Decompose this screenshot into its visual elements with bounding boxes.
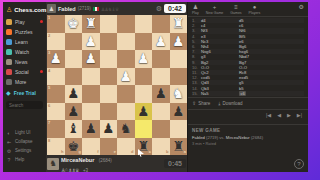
- sidebar-nav: PlayPuzzlesLearnWatchNewsSocialMore: [3, 17, 46, 87]
- square-d5[interactable]: [117, 85, 135, 103]
- black-rook-a8[interactable]: ♜: [170, 138, 188, 156]
- notification-badge: [40, 70, 43, 73]
- top-player-flag-icon: [93, 7, 99, 11]
- square-b8[interactable]: b: [152, 138, 170, 156]
- file-label: b: [166, 150, 168, 154]
- collapse-icon: ⇤: [6, 139, 12, 145]
- rank-label: 6: [48, 104, 50, 108]
- share-icon: ⇪: [192, 100, 196, 106]
- white-king-g1[interactable]: ♚: [65, 15, 83, 33]
- square-f3[interactable]: ♟: [82, 50, 100, 68]
- rank-label: 8: [48, 139, 50, 143]
- pawn-logo-icon: ♙: [6, 6, 12, 13]
- square-e7[interactable]: ♟: [100, 120, 118, 138]
- square-f4[interactable]: [82, 68, 100, 86]
- nav-first-button[interactable]: |◀: [266, 112, 271, 118]
- tab-play[interactable]: ♟Play: [192, 4, 199, 15]
- panel-settings-gear-icon[interactable]: ⚙: [299, 4, 304, 10]
- square-g3[interactable]: [65, 50, 83, 68]
- white-pawn-b2[interactable]: ♟: [152, 33, 170, 51]
- sidebar-footer-collapse[interactable]: ⇤Collapse: [3, 137, 46, 146]
- square-b5[interactable]: ♟: [152, 85, 170, 103]
- social-icon: [6, 69, 12, 75]
- rank-label: 4: [48, 69, 50, 73]
- top-player-clock: 0:42: [164, 4, 186, 13]
- more-icon: [6, 79, 12, 85]
- share-button[interactable]: ⇪Share: [192, 100, 210, 106]
- nav-back-button[interactable]: ◀: [277, 112, 281, 118]
- search-input[interactable]: Search: [6, 101, 43, 109]
- square-e4[interactable]: [100, 68, 118, 86]
- top-player-bar: ♟ Fabled (2719) ♟♟♞♝♛ ⚙ 0:42: [46, 2, 187, 15]
- square-f6[interactable]: [82, 103, 100, 121]
- white-rook-a1[interactable]: ♜: [170, 15, 188, 33]
- square-h5[interactable]: 5: [47, 85, 65, 103]
- top-player-name[interactable]: Fabled: [58, 6, 76, 12]
- square-c7[interactable]: [135, 120, 153, 138]
- sidebar-footer-help[interactable]: ?Help: [3, 155, 46, 164]
- square-h6[interactable]: 6: [47, 103, 65, 121]
- panel-tabs: ♟Play+New Game≡Games●Players⚙: [188, 2, 308, 17]
- square-g1[interactable]: ♚: [65, 15, 83, 33]
- bottom-captured-pieces: ♙♘♗♗♕: [61, 167, 78, 173]
- square-c5[interactable]: [135, 85, 153, 103]
- square-f5[interactable]: [82, 85, 100, 103]
- nav-forward-button[interactable]: ▶: [287, 112, 291, 118]
- black-pawn-e7[interactable]: ♟: [100, 120, 118, 138]
- square-b7[interactable]: [152, 120, 170, 138]
- sidebar-item-news[interactable]: News: [3, 57, 46, 67]
- square-h2[interactable]: 2: [47, 33, 65, 51]
- file-label: h: [61, 150, 63, 154]
- square-b3[interactable]: [152, 50, 170, 68]
- square-e6[interactable]: [100, 103, 118, 121]
- square-g8[interactable]: g♚: [65, 138, 83, 156]
- square-c3[interactable]: ♟: [135, 50, 153, 68]
- square-d2[interactable]: [117, 33, 135, 51]
- new-game-section: NEW GAME Fabled (2719) vs. MirceaNebur (…: [188, 124, 308, 150]
- games-icon: ≡: [234, 4, 238, 10]
- file-label: d: [131, 150, 133, 154]
- watch-icon: [6, 49, 12, 55]
- rank-label: 7: [48, 121, 50, 125]
- chess-board: 1♚♜♜2♟♟♟3♟♟♟4♟5♟♟♞6♟♟♟7♝♟♟♞8hg♚fedc♜ba♜: [47, 15, 187, 155]
- sidebar-item-more[interactable]: More: [3, 77, 46, 87]
- square-c8[interactable]: c♜: [135, 138, 153, 156]
- bottom-player-avatar[interactable]: ♞: [47, 158, 59, 170]
- top-player-rating: (2719): [78, 6, 91, 11]
- square-c6[interactable]: ♟: [135, 103, 153, 121]
- square-b2[interactable]: ♟: [152, 33, 170, 51]
- sidebar-item-learn[interactable]: Learn: [3, 37, 46, 47]
- square-g2[interactable]: [65, 33, 83, 51]
- square-h7[interactable]: 7: [47, 120, 65, 138]
- top-captured-pieces: ♟♟♞♝♛: [101, 6, 118, 12]
- help-icon: ?: [6, 157, 12, 163]
- actions-row: ⇪Share⤓Download: [188, 97, 308, 109]
- logo-text: Chess.com: [14, 7, 46, 13]
- square-g6[interactable]: ♟: [65, 103, 83, 121]
- sidebar-item-watch[interactable]: Watch: [3, 47, 46, 57]
- square-h3[interactable]: 3♟: [47, 50, 65, 68]
- matchup-white-name[interactable]: Fabled: [192, 135, 205, 140]
- square-a4[interactable]: [170, 68, 188, 86]
- white-rook-f1[interactable]: ♜: [82, 15, 100, 33]
- game-meta: 3 min • Rated: [192, 141, 304, 146]
- nav-last-button[interactable]: ▶|: [297, 112, 302, 118]
- move-list: 1.d4d52.c4c63.Nf3Nf64.e3Bf55.Nc3e66.Nh4B…: [188, 17, 308, 97]
- square-h8[interactable]: 8h: [47, 138, 65, 156]
- sidebar-footer-settings[interactable]: ⚙Settings: [3, 146, 46, 155]
- square-d6[interactable]: [117, 103, 135, 121]
- black-pawn-b5[interactable]: ♟: [152, 85, 170, 103]
- white-pawn-f2[interactable]: ♟: [82, 33, 100, 51]
- new-game-header: NEW GAME: [192, 128, 304, 133]
- stream-frame: ♙ Chess.com PlayPuzzlesLearnWatchNewsSoc…: [0, 0, 320, 180]
- black-pawn-g6[interactable]: ♟: [65, 103, 83, 121]
- chesscom-logo[interactable]: ♙ Chess.com: [3, 4, 46, 17]
- square-b4[interactable]: [152, 68, 170, 86]
- board-column: ♟ Fabled (2719) ♟♟♞♝♛ ⚙ 0:42 1♚♜♜2♟♟♟3♟♟…: [46, 2, 187, 172]
- square-g5[interactable]: ♟: [65, 85, 83, 103]
- black-king-g8[interactable]: ♚: [65, 138, 83, 156]
- sidebar-item-puzzles[interactable]: Puzzles: [3, 27, 46, 37]
- square-h4[interactable]: 4: [47, 68, 65, 86]
- sidebar-footer: ◐Light UI⇤Collapse⚙Settings?Help: [3, 128, 46, 164]
- help-icon[interactable]: ?: [294, 159, 304, 169]
- square-d7[interactable]: ♞: [117, 120, 135, 138]
- material-score: +3: [83, 168, 88, 173]
- square-c4[interactable]: [135, 68, 153, 86]
- game-panel: ♟Play+New Game≡Games●Players⚙ 1.d4d52.c4…: [187, 2, 308, 172]
- matchup-black-name[interactable]: MirceaNebur: [226, 135, 250, 140]
- download-button[interactable]: ⤓Download: [218, 100, 242, 107]
- square-d1[interactable]: [117, 15, 135, 33]
- square-e3[interactable]: [100, 50, 118, 68]
- top-player-avatar[interactable]: ♟: [47, 4, 56, 13]
- rank-label: 1: [48, 16, 50, 20]
- move-nav-controls: |◀◀▶▶|: [188, 109, 308, 120]
- rank-label: 2: [48, 34, 50, 38]
- square-e2[interactable]: [100, 33, 118, 51]
- black-move[interactable]: c6: [239, 91, 277, 96]
- white-pawn-h3[interactable]: ♟: [47, 50, 65, 68]
- new-game-icon: +: [213, 4, 217, 10]
- news-icon: [6, 59, 12, 65]
- square-h1[interactable]: 1: [47, 15, 65, 33]
- square-b6[interactable]: [152, 103, 170, 121]
- square-g7[interactable]: ♝: [65, 120, 83, 138]
- matchup-line: Fabled (2719) vs. MirceaNebur (2684): [192, 135, 304, 140]
- square-d4[interactable]: ♟: [117, 68, 135, 86]
- board-settings-gear-icon[interactable]: ⚙: [156, 5, 162, 12]
- black-knight-d7[interactable]: ♞: [117, 120, 135, 138]
- square-a5[interactable]: ♞: [170, 85, 188, 103]
- square-f2[interactable]: ♟: [82, 33, 100, 51]
- square-a8[interactable]: a♜: [170, 138, 188, 156]
- sidebar-item-social[interactable]: Social: [3, 67, 46, 77]
- white-knight-a5[interactable]: ♞: [170, 85, 188, 103]
- tab-players[interactable]: ●Players: [249, 4, 261, 15]
- square-b1[interactable]: [152, 15, 170, 33]
- square-f1[interactable]: ♜: [82, 15, 100, 33]
- sidebar-item-play[interactable]: Play: [3, 17, 46, 27]
- bottom-player-rating: (2684): [99, 158, 112, 163]
- settings-icon: ⚙: [6, 148, 12, 154]
- square-c2[interactable]: [135, 33, 153, 51]
- bottom-player-bar: ♞ MirceaNebur (2684) ♙♘♗♗♕ +3 0:45: [46, 155, 187, 172]
- file-label: e: [114, 150, 116, 154]
- black-pawn-c6[interactable]: ♟: [135, 103, 153, 121]
- square-g4[interactable]: [65, 68, 83, 86]
- square-f8[interactable]: f: [82, 138, 100, 156]
- square-c1[interactable]: [135, 15, 153, 33]
- move-row: 15.Na5c6: [192, 91, 304, 96]
- chess-app-window: ♙ Chess.com PlayPuzzlesLearnWatchNewsSoc…: [3, 2, 308, 172]
- square-a2[interactable]: ♟: [170, 33, 188, 51]
- black-pawn-f7[interactable]: ♟: [82, 120, 100, 138]
- download-icon: ⤓: [218, 100, 220, 107]
- square-e5[interactable]: [100, 85, 118, 103]
- players-icon: ●: [253, 4, 257, 10]
- square-a6[interactable]: ♟: [170, 103, 188, 121]
- black-pawn-g5[interactable]: ♟: [65, 85, 83, 103]
- tab-games[interactable]: ≡Games: [230, 4, 241, 15]
- learn-icon: [6, 39, 12, 45]
- file-label: f: [97, 150, 98, 154]
- tab-new-game[interactable]: +New Game: [206, 4, 224, 15]
- play-icon: [6, 19, 12, 25]
- white-pawn-c3[interactable]: ♟: [135, 50, 153, 68]
- black-pawn-a6[interactable]: ♟: [170, 103, 188, 121]
- diamond-icon: ◆: [6, 90, 11, 96]
- notification-badge: [40, 20, 43, 23]
- white-pawn-a2[interactable]: ♟: [170, 33, 188, 51]
- square-a7[interactable]: [170, 120, 188, 138]
- white-pawn-d4[interactable]: ♟: [117, 68, 135, 86]
- sidebar: ♙ Chess.com PlayPuzzlesLearnWatchNewsSoc…: [3, 2, 46, 172]
- play-icon: ♟: [193, 4, 198, 10]
- square-f7[interactable]: ♟: [82, 120, 100, 138]
- rank-label: 5: [48, 86, 50, 90]
- sidebar-footer-light-ui[interactable]: ◐Light UI: [3, 128, 46, 137]
- square-d3[interactable]: [117, 50, 135, 68]
- white-pawn-f3[interactable]: ♟: [82, 50, 100, 68]
- black-rook-c8[interactable]: ♜: [135, 138, 153, 156]
- square-e8[interactable]: e: [100, 138, 118, 156]
- square-d8[interactable]: d: [117, 138, 135, 156]
- square-a3[interactable]: [170, 50, 188, 68]
- puzzles-icon: [6, 29, 12, 35]
- square-e1[interactable]: [100, 15, 118, 33]
- sidebar-item-free-trial[interactable]: ◆ Free Trial: [3, 87, 46, 99]
- bottom-player-clock: 0:45: [164, 159, 186, 168]
- light-ui-icon: ◐: [6, 130, 12, 136]
- black-bishop-g7[interactable]: ♝: [65, 120, 83, 138]
- white-move[interactable]: Na5: [201, 91, 239, 96]
- square-a1[interactable]: ♜: [170, 15, 188, 33]
